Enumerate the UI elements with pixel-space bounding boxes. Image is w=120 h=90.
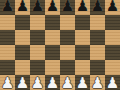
white-pawn[interactable]: ♟ (61, 76, 74, 90)
square-b3[interactable] (15, 60, 30, 75)
square-d2[interactable]: ♟ (45, 75, 60, 90)
square-c5[interactable] (30, 30, 45, 45)
square-h2[interactable]: ♟ (105, 75, 120, 90)
square-f5[interactable] (75, 30, 90, 45)
white-pawn[interactable]: ♟ (91, 76, 104, 90)
square-h4[interactable] (105, 45, 120, 60)
square-e4[interactable] (60, 45, 75, 60)
square-h3[interactable] (105, 60, 120, 75)
square-a2[interactable]: ♟ (0, 75, 15, 90)
square-d5[interactable] (45, 30, 60, 45)
square-f2[interactable]: ♟ (75, 75, 90, 90)
square-h7[interactable]: ♟ (105, 0, 120, 15)
square-a7[interactable]: ♟ (0, 0, 15, 15)
square-c2[interactable]: ♟ (30, 75, 45, 90)
square-c4[interactable] (30, 45, 45, 60)
square-c7[interactable]: ♟ (30, 0, 45, 15)
square-g3[interactable] (90, 60, 105, 75)
square-a5[interactable] (0, 30, 15, 45)
square-g6[interactable] (90, 15, 105, 30)
square-b5[interactable] (15, 30, 30, 45)
black-pawn[interactable]: ♟ (16, 0, 29, 14)
square-b7[interactable]: ♟ (15, 0, 30, 15)
square-a4[interactable] (0, 45, 15, 60)
black-pawn[interactable]: ♟ (46, 0, 59, 14)
square-d6[interactable] (45, 15, 60, 30)
square-d7[interactable]: ♟ (45, 0, 60, 15)
black-pawn[interactable]: ♟ (76, 0, 89, 14)
square-f4[interactable] (75, 45, 90, 60)
black-pawn[interactable]: ♟ (31, 0, 44, 14)
black-pawn[interactable]: ♟ (106, 0, 119, 14)
square-c3[interactable] (30, 60, 45, 75)
square-h5[interactable] (105, 30, 120, 45)
square-a3[interactable] (0, 60, 15, 75)
square-f3[interactable] (75, 60, 90, 75)
black-pawn[interactable]: ♟ (91, 0, 104, 14)
square-b2[interactable]: ♟ (15, 75, 30, 90)
square-d3[interactable] (45, 60, 60, 75)
square-g2[interactable]: ♟ (90, 75, 105, 90)
square-b4[interactable] (15, 45, 30, 60)
white-pawn[interactable]: ♟ (16, 76, 29, 90)
square-b6[interactable] (15, 15, 30, 30)
white-pawn[interactable]: ♟ (46, 76, 59, 90)
square-e2[interactable]: ♟ (60, 75, 75, 90)
square-e6[interactable] (60, 15, 75, 30)
square-e3[interactable] (60, 60, 75, 75)
square-e5[interactable] (60, 30, 75, 45)
square-a6[interactable] (0, 15, 15, 30)
white-pawn[interactable]: ♟ (106, 76, 119, 90)
black-pawn[interactable]: ♟ (61, 0, 74, 14)
square-h6[interactable] (105, 15, 120, 30)
square-d4[interactable] (45, 45, 60, 60)
square-g5[interactable] (90, 30, 105, 45)
white-pawn[interactable]: ♟ (1, 76, 14, 90)
square-g4[interactable] (90, 45, 105, 60)
white-pawn[interactable]: ♟ (76, 76, 89, 90)
square-e7[interactable]: ♟ (60, 0, 75, 15)
white-pawn[interactable]: ♟ (31, 76, 44, 90)
square-f7[interactable]: ♟ (75, 0, 90, 15)
square-f6[interactable] (75, 15, 90, 30)
square-c6[interactable] (30, 15, 45, 30)
chess-board: ♟♟♟♟♟♟♟♟♟♟♟♟♟♟♟♟ (0, 0, 120, 90)
square-g7[interactable]: ♟ (90, 0, 105, 15)
black-pawn[interactable]: ♟ (1, 0, 14, 14)
